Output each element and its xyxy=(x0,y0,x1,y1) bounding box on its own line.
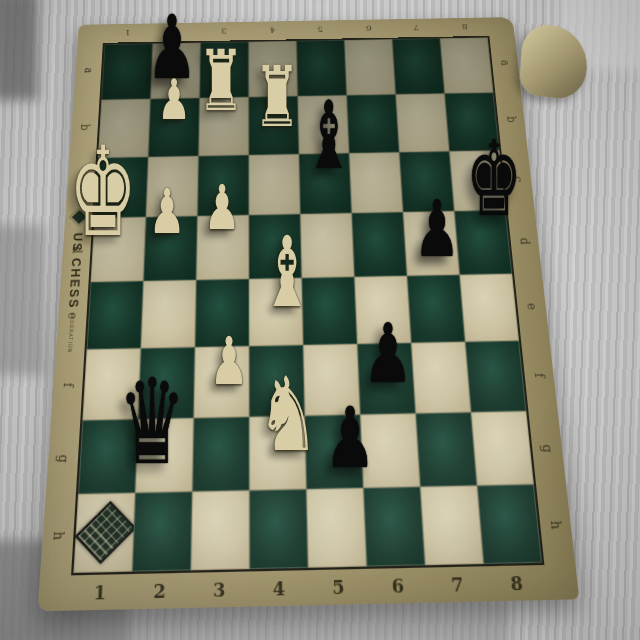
us-chess-subtext: FEDERATION xyxy=(67,313,76,354)
floor-shade-patch xyxy=(0,225,45,375)
piece-white-pawn-f3[interactable]: ♟ xyxy=(209,329,248,395)
floor-shade-patch xyxy=(0,0,38,100)
square-g7[interactable] xyxy=(416,412,478,487)
square-a7[interactable] xyxy=(392,38,444,94)
rank-label-4: 4 xyxy=(249,570,309,606)
square-h1[interactable] xyxy=(73,493,135,573)
square-a8[interactable] xyxy=(440,37,493,93)
rank-label-5: 5 xyxy=(308,569,369,605)
square-h8[interactable] xyxy=(477,485,542,564)
piece-white-knight-g4[interactable]: ♞ xyxy=(257,364,319,466)
piece-black-queen-g2[interactable]: ♛ xyxy=(118,363,186,481)
square-b7[interactable] xyxy=(396,93,450,152)
square-h4[interactable] xyxy=(249,489,308,569)
rank-label-1: 1 xyxy=(103,24,152,43)
square-d6[interactable] xyxy=(352,212,407,277)
square-a1[interactable] xyxy=(101,43,152,99)
piece-white-pawn-d2[interactable]: ♟ xyxy=(149,181,186,243)
square-h7[interactable] xyxy=(420,486,483,565)
piece-white-pawn-d3[interactable]: ♟ xyxy=(204,177,241,239)
rank-label-4: 4 xyxy=(248,21,296,40)
piece-black-pawn-g5[interactable]: ♟ xyxy=(324,396,375,480)
square-b6[interactable] xyxy=(347,94,400,153)
rank-label-6: 6 xyxy=(367,568,428,604)
piece-white-pawn-b2[interactable]: ♟ xyxy=(157,72,190,128)
square-h6[interactable] xyxy=(363,487,425,567)
rank-label-5: 5 xyxy=(296,20,345,39)
square-c4[interactable] xyxy=(249,154,301,216)
piece-white-rook-b4[interactable]: ♜ xyxy=(254,55,301,139)
square-f8[interactable] xyxy=(465,340,526,411)
rank-label-6: 6 xyxy=(344,19,393,38)
square-e1[interactable] xyxy=(87,281,144,349)
rank-label-8: 8 xyxy=(440,18,490,37)
square-g3[interactable] xyxy=(192,416,249,492)
square-f7[interactable] xyxy=(411,342,471,413)
rank-label-7: 7 xyxy=(426,566,488,602)
piece-white-king-d1[interactable]: ♚ xyxy=(69,130,138,254)
rank-label-2: 2 xyxy=(129,573,190,610)
square-e8[interactable] xyxy=(460,274,519,342)
square-e7[interactable] xyxy=(407,275,465,343)
rank-label-7: 7 xyxy=(392,18,441,37)
rank-label-3: 3 xyxy=(189,571,249,607)
piece-black-pawn-d7[interactable]: ♟ xyxy=(414,190,460,268)
rank-label-8: 8 xyxy=(485,565,548,601)
square-h3[interactable] xyxy=(191,491,250,571)
piece-white-bishop-e4[interactable]: ♝ xyxy=(261,223,314,321)
piece-black-pawn-f6[interactable]: ♟ xyxy=(363,313,413,395)
square-g8[interactable] xyxy=(471,411,534,486)
square-c6[interactable] xyxy=(349,152,403,213)
piece-black-bishop-c5[interactable]: ♝ xyxy=(305,89,354,183)
square-e2[interactable] xyxy=(141,280,196,348)
piece-black-king-d8[interactable]: ♚ xyxy=(466,127,522,231)
square-h5[interactable] xyxy=(306,488,366,568)
rank-label-1: 1 xyxy=(69,574,130,611)
us-chess-corner-crest-icon xyxy=(74,501,136,564)
square-h2[interactable] xyxy=(132,492,192,572)
piece-white-rook-b3[interactable]: ♜ xyxy=(198,39,245,123)
